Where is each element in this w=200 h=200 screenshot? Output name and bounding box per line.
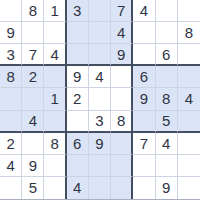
cell-r2c3[interactable] <box>44 22 66 44</box>
cell-r9c3[interactable] <box>44 177 66 199</box>
cell-r3c4[interactable] <box>67 44 89 66</box>
cell-r7c6[interactable] <box>111 133 133 155</box>
cell-r9c7[interactable] <box>133 177 155 199</box>
cell-r2c1[interactable]: 9 <box>0 22 22 44</box>
cell-r2c4[interactable] <box>67 22 89 44</box>
cell-r6c6[interactable]: 8 <box>111 111 133 133</box>
cell-r8c1[interactable]: 4 <box>0 155 22 177</box>
cell-r3c2[interactable]: 7 <box>22 44 44 66</box>
cell-r1c8[interactable] <box>156 0 178 22</box>
cell-r9c5[interactable] <box>89 177 111 199</box>
cell-r6c4[interactable] <box>67 111 89 133</box>
cell-r8c8[interactable] <box>156 155 178 177</box>
cell-r3c6[interactable]: 9 <box>111 44 133 66</box>
cell-r8c5[interactable] <box>89 155 111 177</box>
cell-r9c4[interactable]: 4 <box>67 177 89 199</box>
cell-r3c9[interactable] <box>178 44 200 66</box>
cell-r6c8[interactable]: 5 <box>156 111 178 133</box>
cell-r9c6[interactable] <box>111 177 133 199</box>
cell-r5c1[interactable] <box>0 88 22 110</box>
cell-r8c4[interactable] <box>67 155 89 177</box>
cell-r9c1[interactable] <box>0 177 22 199</box>
cell-r2c6[interactable]: 4 <box>111 22 133 44</box>
cell-r4c9[interactable] <box>178 66 200 88</box>
cell-r7c5[interactable]: 9 <box>89 133 111 155</box>
cell-r6c7[interactable] <box>133 111 155 133</box>
cell-r5c8[interactable]: 8 <box>156 88 178 110</box>
cell-r1c2[interactable]: 8 <box>22 0 44 22</box>
cell-r4c8[interactable] <box>156 66 178 88</box>
cell-r4c1[interactable]: 8 <box>0 66 22 88</box>
cell-r7c4[interactable]: 6 <box>67 133 89 155</box>
cell-r1c5[interactable] <box>89 0 111 22</box>
cell-r1c7[interactable]: 4 <box>133 0 155 22</box>
cell-r7c8[interactable]: 4 <box>156 133 178 155</box>
cell-r7c1[interactable]: 2 <box>0 133 22 155</box>
cell-r4c6[interactable] <box>111 66 133 88</box>
cell-r4c3[interactable] <box>44 66 66 88</box>
cell-r5c5[interactable] <box>89 88 111 110</box>
cell-r3c5[interactable] <box>89 44 111 66</box>
cell-r5c7[interactable]: 9 <box>133 88 155 110</box>
cell-r2c8[interactable] <box>156 22 178 44</box>
cell-r1c3[interactable]: 1 <box>44 0 66 22</box>
sudoku-board: 81374948374968294612984438528697449549 <box>0 0 200 200</box>
cell-r2c7[interactable] <box>133 22 155 44</box>
cell-r6c1[interactable] <box>0 111 22 133</box>
cell-r7c7[interactable]: 7 <box>133 133 155 155</box>
cell-r3c8[interactable]: 6 <box>156 44 178 66</box>
cell-r7c9[interactable] <box>178 133 200 155</box>
cell-r5c4[interactable]: 2 <box>67 88 89 110</box>
cell-r1c9[interactable] <box>178 0 200 22</box>
cell-r2c5[interactable] <box>89 22 111 44</box>
cell-r1c1[interactable] <box>0 0 22 22</box>
cell-r4c5[interactable]: 4 <box>89 66 111 88</box>
cell-r9c9[interactable] <box>178 177 200 199</box>
cell-r3c7[interactable] <box>133 44 155 66</box>
cell-r8c2[interactable]: 9 <box>22 155 44 177</box>
cell-r3c1[interactable]: 3 <box>0 44 22 66</box>
cell-r6c3[interactable] <box>44 111 66 133</box>
cell-r4c2[interactable]: 2 <box>22 66 44 88</box>
cell-r5c3[interactable]: 1 <box>44 88 66 110</box>
cell-r5c9[interactable]: 4 <box>178 88 200 110</box>
cell-r2c2[interactable] <box>22 22 44 44</box>
cell-r4c7[interactable]: 6 <box>133 66 155 88</box>
cell-r8c3[interactable] <box>44 155 66 177</box>
cell-r5c6[interactable] <box>111 88 133 110</box>
cell-r6c9[interactable] <box>178 111 200 133</box>
cell-r1c4[interactable]: 3 <box>67 0 89 22</box>
cell-r6c5[interactable]: 3 <box>89 111 111 133</box>
cell-r6c2[interactable]: 4 <box>22 111 44 133</box>
cell-r9c2[interactable]: 5 <box>22 177 44 199</box>
cell-r3c3[interactable]: 4 <box>44 44 66 66</box>
cell-r4c4[interactable]: 9 <box>67 66 89 88</box>
cell-r7c2[interactable] <box>22 133 44 155</box>
cell-r5c2[interactable] <box>22 88 44 110</box>
cell-r9c8[interactable]: 9 <box>156 177 178 199</box>
cell-r8c6[interactable] <box>111 155 133 177</box>
cell-r1c6[interactable]: 7 <box>111 0 133 22</box>
cell-r7c3[interactable]: 8 <box>44 133 66 155</box>
cell-r2c9[interactable]: 8 <box>178 22 200 44</box>
cell-r8c7[interactable] <box>133 155 155 177</box>
cell-r8c9[interactable] <box>178 155 200 177</box>
